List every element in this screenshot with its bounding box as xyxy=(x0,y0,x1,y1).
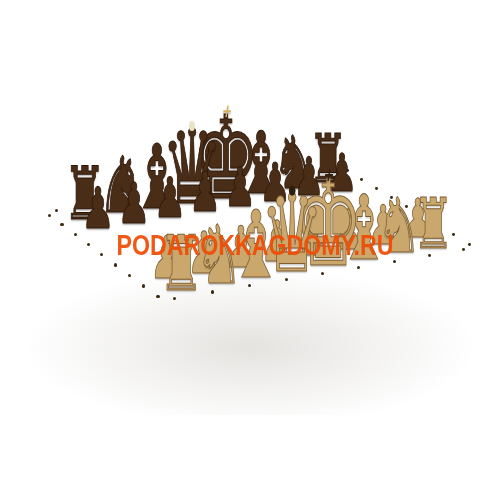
screw-dot xyxy=(436,224,439,227)
screw-dot xyxy=(87,243,90,246)
screw-dot xyxy=(360,178,363,181)
piece-black-king-e8: ♚+ xyxy=(192,101,260,216)
screw-dot xyxy=(48,214,51,217)
piece-black-pawn-f7: ♟ xyxy=(259,156,291,210)
square-h2 xyxy=(392,227,442,242)
square-h5 xyxy=(347,199,395,214)
finial-cross-icon: + xyxy=(221,102,231,120)
square-h7 xyxy=(318,181,366,195)
screw-dot xyxy=(428,254,431,257)
screw-dot xyxy=(298,173,301,176)
square-f7 xyxy=(251,191,299,205)
square-f6 xyxy=(265,200,313,215)
screw-dot xyxy=(462,248,465,251)
square-d8 xyxy=(168,192,216,206)
screw-dot xyxy=(197,188,200,191)
square-g7 xyxy=(284,186,332,200)
screw-dot xyxy=(375,187,378,190)
square-c8 xyxy=(133,198,181,213)
square-e8 xyxy=(203,187,251,201)
square-f8 xyxy=(237,182,285,196)
square-a8 xyxy=(62,208,111,223)
piece-black-bishop-f8: ♝ xyxy=(235,120,286,206)
piece-black-pawn-h7: ♟ xyxy=(327,147,358,199)
piece-white-rook-h1: ♜ xyxy=(413,189,454,259)
watermark: PODAROKKAGDOMY.RU xyxy=(116,229,393,262)
piece-black-pawn-e7: ♟ xyxy=(224,161,256,215)
screw-dot xyxy=(468,243,471,246)
screw-dot xyxy=(420,214,423,217)
screw-dot xyxy=(91,203,94,206)
square-c7 xyxy=(146,207,195,222)
screw-dot xyxy=(331,168,334,171)
screw-dot xyxy=(100,253,103,256)
square-h1 xyxy=(407,237,457,253)
square-g5 xyxy=(313,204,362,219)
screw-dot xyxy=(60,223,63,226)
box-drop-shadow xyxy=(15,265,485,415)
square-g6 xyxy=(299,195,347,209)
square-b8 xyxy=(98,203,147,218)
product-photo-stage: ♜♞♝♛♚+♝♞♜♟♟♟♟♟♟♟♟♟♟♟♟♟♟♟♟♜♞♝♛♚+♝♞♜ PODAR… xyxy=(0,0,500,500)
square-f5 xyxy=(279,209,328,224)
screw-dot xyxy=(405,205,408,208)
screw-dot xyxy=(162,193,165,196)
piece-black-bishop-c8: ♝ xyxy=(130,133,183,222)
square-b7 xyxy=(111,212,160,227)
piece-black-pawn-c7: ♟ xyxy=(154,170,187,226)
screw-dot xyxy=(55,209,58,212)
piece-black-pawn-d7: ♟ xyxy=(189,166,222,221)
finial-cross-icon: + xyxy=(323,166,334,185)
square-h4 xyxy=(362,208,411,223)
square-h6 xyxy=(332,190,380,204)
square-d6 xyxy=(195,211,244,226)
screw-dot xyxy=(452,233,455,236)
piece-black-pawn-a7: ♟ xyxy=(81,180,115,237)
screw-dot xyxy=(390,196,393,199)
screw-dot xyxy=(346,169,349,172)
square-g8 xyxy=(271,177,318,191)
square-g4 xyxy=(328,214,377,229)
piece-black-pawn-b7: ♟ xyxy=(118,175,151,231)
piece-black-rook-h8: ♜ xyxy=(308,125,348,192)
square-d7 xyxy=(181,201,230,216)
finial-ball-icon xyxy=(289,186,296,196)
piece-black-pawn-g7: ♟ xyxy=(293,151,324,204)
screw-dot xyxy=(74,233,77,236)
screw-dot xyxy=(265,178,268,181)
square-h8 xyxy=(304,172,351,186)
piece-black-rook-a8: ♜ xyxy=(64,157,107,230)
screw-dot xyxy=(127,198,130,201)
square-e7 xyxy=(216,196,264,211)
finial-ball-icon xyxy=(188,121,195,131)
brass-hinge-icon xyxy=(33,234,52,258)
piece-white-pawn-h2: ♟ xyxy=(402,193,434,247)
piece-black-knight-g8: ♞ xyxy=(273,126,316,199)
piece-black-knight-b8: ♞ xyxy=(98,148,144,226)
piece-black-queen-d8: ♛ xyxy=(161,115,223,219)
screw-dot xyxy=(231,183,234,186)
square-e6 xyxy=(230,205,279,220)
